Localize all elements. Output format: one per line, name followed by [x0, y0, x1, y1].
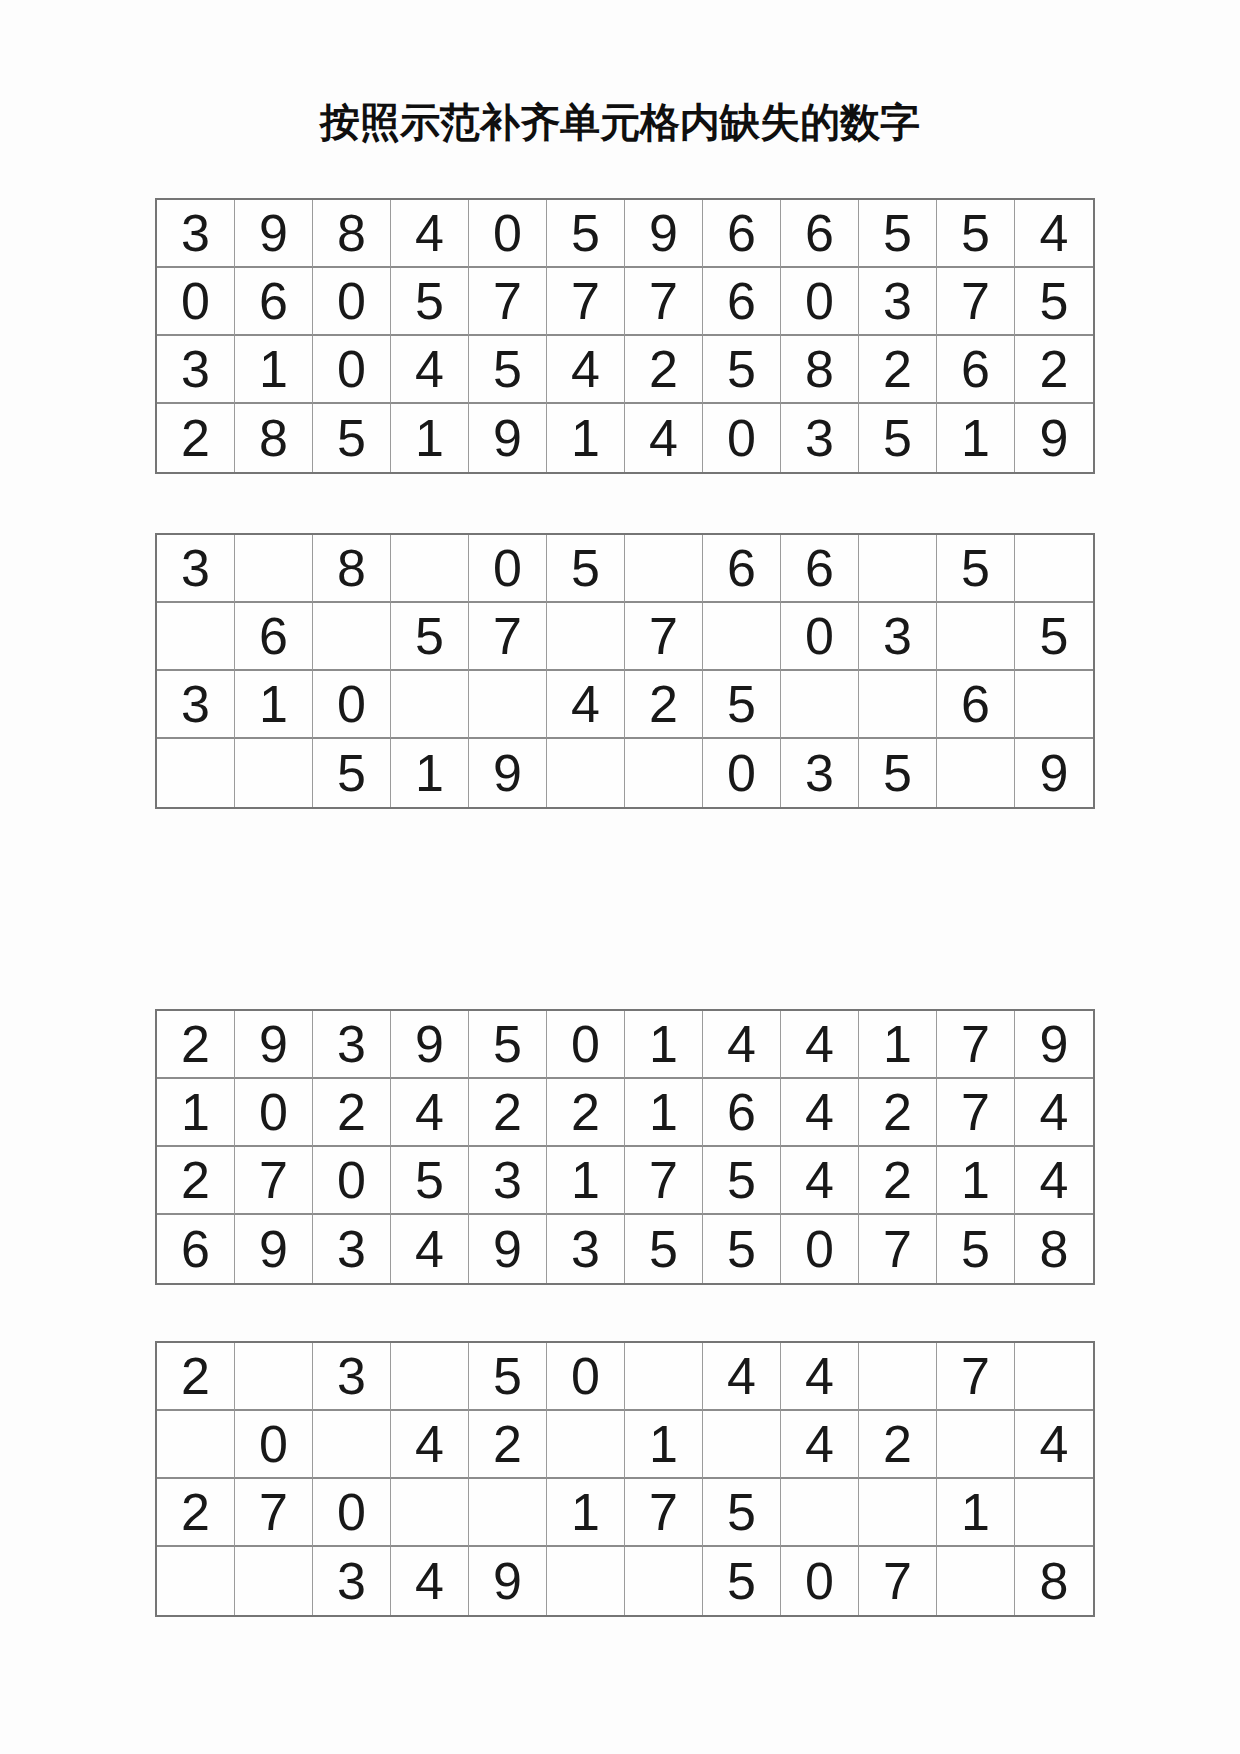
digit-cell-r3c7: 2: [625, 336, 703, 404]
digit-cell-r4c1: 6: [157, 1215, 235, 1283]
empty-cell-r3c4[interactable]: [391, 671, 469, 739]
digit-cell-r3c11: 1: [937, 1147, 1015, 1215]
empty-cell-r3c5[interactable]: [469, 1479, 547, 1547]
digit-cell-r1c6: 5: [547, 535, 625, 603]
digit-cell-r2c7: 7: [625, 603, 703, 671]
digit-cell-r1c11: 7: [937, 1343, 1015, 1411]
digit-cell-r1c8: 4: [703, 1343, 781, 1411]
digit-cell-r1c11: 5: [937, 535, 1015, 603]
digit-cell-r4c11: 1: [937, 404, 1015, 472]
digit-cell-r1c12: 4: [1015, 200, 1093, 268]
digit-cell-r3c8: 5: [703, 1147, 781, 1215]
digit-cell-r2c11: 7: [937, 1079, 1015, 1147]
digit-cell-r3c11: 6: [937, 336, 1015, 404]
digit-cell-r4c3: 5: [313, 404, 391, 472]
digit-cell-r3c10: 2: [859, 1147, 937, 1215]
digit-cell-r3c12: 2: [1015, 336, 1093, 404]
digit-cell-r2c11: 7: [937, 268, 1015, 336]
digit-cell-r4c3: 5: [313, 739, 391, 807]
digit-cell-r2c4: 5: [391, 268, 469, 336]
empty-cell-r2c8[interactable]: [703, 603, 781, 671]
digit-cell-r1c2: 9: [235, 1011, 313, 1079]
digit-cell-r4c6: 3: [547, 1215, 625, 1283]
empty-cell-r2c8[interactable]: [703, 1411, 781, 1479]
digit-cell-r1c3: 3: [313, 1011, 391, 1079]
digit-cell-r2c12: 5: [1015, 268, 1093, 336]
digit-cell-r2c5: 2: [469, 1411, 547, 1479]
digit-cell-r1c11: 5: [937, 200, 1015, 268]
digit-cell-r3c9: 8: [781, 336, 859, 404]
digit-cell-r3c12: 4: [1015, 1147, 1093, 1215]
digit-cell-r1c9: 6: [781, 535, 859, 603]
digit-cell-r3c2: 1: [235, 336, 313, 404]
digit-cell-r3c3: 0: [313, 671, 391, 739]
digit-cell-r1c12: 9: [1015, 1011, 1093, 1079]
digit-cell-r3c1: 2: [157, 1479, 235, 1547]
digit-cell-r2c10: 2: [859, 1079, 937, 1147]
digit-cell-r3c6: 4: [547, 336, 625, 404]
digit-cell-r4c9: 3: [781, 739, 859, 807]
empty-cell-r4c6[interactable]: [547, 739, 625, 807]
digit-cell-r4c11: 5: [937, 1215, 1015, 1283]
digit-cell-r1c1: 2: [157, 1343, 235, 1411]
empty-cell-r3c10[interactable]: [859, 671, 937, 739]
worksheet-title: 按照示范补齐单元格内缺失的数字: [0, 100, 1240, 144]
digit-cell-r1c3: 3: [313, 1343, 391, 1411]
digit-cell-r3c1: 2: [157, 1147, 235, 1215]
empty-cell-r2c11[interactable]: [937, 1411, 1015, 1479]
digit-cell-r2c5: 2: [469, 1079, 547, 1147]
digit-cell-r2c6: 7: [547, 268, 625, 336]
empty-cell-r1c2[interactable]: [235, 535, 313, 603]
digit-cell-r2c9: 0: [781, 268, 859, 336]
empty-cell-r3c5[interactable]: [469, 671, 547, 739]
digit-cell-r3c8: 5: [703, 671, 781, 739]
empty-cell-r1c12[interactable]: [1015, 535, 1093, 603]
digit-cell-r1c1: 3: [157, 535, 235, 603]
digit-cell-r2c10: 3: [859, 603, 937, 671]
digit-cell-r4c4: 1: [391, 404, 469, 472]
empty-cell-r3c9[interactable]: [781, 1479, 859, 1547]
digit-cell-r4c1: 2: [157, 404, 235, 472]
digit-cell-r2c9: 0: [781, 603, 859, 671]
digit-cell-r4c7: 4: [625, 404, 703, 472]
digit-cell-r1c1: 2: [157, 1011, 235, 1079]
empty-cell-r2c1[interactable]: [157, 1411, 235, 1479]
digit-cell-r1c1: 3: [157, 200, 235, 268]
empty-cell-r1c4[interactable]: [391, 1343, 469, 1411]
digit-cell-r1c10: 1: [859, 1011, 937, 1079]
example-grid-1: 3984059665540605777603753104542582622851…: [155, 198, 1095, 474]
empty-cell-r1c10[interactable]: [859, 1343, 937, 1411]
digit-cell-r1c9: 6: [781, 200, 859, 268]
empty-cell-r1c7[interactable]: [625, 535, 703, 603]
digit-cell-r4c2: 8: [235, 404, 313, 472]
digit-cell-r3c6: 1: [547, 1147, 625, 1215]
digit-cell-r2c12: 4: [1015, 1411, 1093, 1479]
digit-cell-r4c7: 5: [625, 1215, 703, 1283]
empty-cell-r4c2[interactable]: [235, 1547, 313, 1615]
digit-cell-r1c3: 8: [313, 200, 391, 268]
digit-cell-r4c10: 5: [859, 739, 937, 807]
digit-cell-r3c11: 6: [937, 671, 1015, 739]
digit-cell-r2c1: 1: [157, 1079, 235, 1147]
empty-cell-r4c6[interactable]: [547, 1547, 625, 1615]
digit-cell-r2c5: 7: [469, 268, 547, 336]
digit-cell-r4c12: 9: [1015, 739, 1093, 807]
digit-cell-r2c8: 6: [703, 268, 781, 336]
digit-cell-r2c2: 6: [235, 603, 313, 671]
digit-cell-r4c5: 9: [469, 1215, 547, 1283]
digit-cell-r1c4: 9: [391, 1011, 469, 1079]
empty-cell-r2c11[interactable]: [937, 603, 1015, 671]
empty-cell-r1c12[interactable]: [1015, 1343, 1093, 1411]
digit-cell-r3c6: 1: [547, 1479, 625, 1547]
empty-cell-r3c9[interactable]: [781, 671, 859, 739]
digit-cell-r1c5: 0: [469, 535, 547, 603]
digit-cell-r1c11: 7: [937, 1011, 1015, 1079]
empty-cell-r1c2[interactable]: [235, 1343, 313, 1411]
digit-cell-r3c5: 5: [469, 336, 547, 404]
digit-cell-r3c3: 0: [313, 1479, 391, 1547]
digit-cell-r4c9: 3: [781, 404, 859, 472]
digit-cell-r3c2: 1: [235, 671, 313, 739]
digit-cell-r2c7: 1: [625, 1079, 703, 1147]
empty-cell-r1c10[interactable]: [859, 535, 937, 603]
digit-cell-r1c9: 4: [781, 1011, 859, 1079]
digit-cell-r1c6: 0: [547, 1343, 625, 1411]
digit-cell-r1c2: 9: [235, 200, 313, 268]
digit-cell-r4c10: 7: [859, 1547, 937, 1615]
digit-cell-r1c7: 9: [625, 200, 703, 268]
empty-cell-r3c4[interactable]: [391, 1479, 469, 1547]
digit-cell-r4c9: 0: [781, 1215, 859, 1283]
digit-cell-r2c9: 4: [781, 1079, 859, 1147]
digit-cell-r4c10: 5: [859, 404, 937, 472]
digit-cell-r2c2: 6: [235, 268, 313, 336]
empty-cell-r1c7[interactable]: [625, 1343, 703, 1411]
digit-cell-r2c9: 4: [781, 1411, 859, 1479]
empty-cell-r3c12[interactable]: [1015, 1479, 1093, 1547]
digit-cell-r2c6: 2: [547, 1079, 625, 1147]
digit-cell-r2c1: 0: [157, 268, 235, 336]
digit-cell-r4c10: 7: [859, 1215, 937, 1283]
digit-cell-r1c6: 5: [547, 200, 625, 268]
digit-cell-r3c2: 7: [235, 1147, 313, 1215]
example-grid-2: 2939501441791024221642742705317542146934…: [155, 1009, 1095, 1285]
digit-cell-r1c7: 1: [625, 1011, 703, 1079]
empty-cell-r2c6[interactable]: [547, 1411, 625, 1479]
empty-cell-r2c3[interactable]: [313, 603, 391, 671]
digit-cell-r2c4: 5: [391, 603, 469, 671]
digit-cell-r4c4: 4: [391, 1215, 469, 1283]
digit-cell-r1c5: 5: [469, 1343, 547, 1411]
digit-cell-r3c3: 0: [313, 336, 391, 404]
digit-cell-r2c7: 1: [625, 1411, 703, 1479]
empty-cell-r4c11[interactable]: [937, 739, 1015, 807]
digit-cell-r2c3: 2: [313, 1079, 391, 1147]
digit-cell-r3c1: 3: [157, 336, 235, 404]
digit-cell-r3c7: 7: [625, 1479, 703, 1547]
digit-cell-r1c8: 6: [703, 535, 781, 603]
empty-cell-r4c11[interactable]: [937, 1547, 1015, 1615]
empty-cell-r1c4[interactable]: [391, 535, 469, 603]
digit-cell-r4c9: 0: [781, 1547, 859, 1615]
digit-cell-r2c8: 6: [703, 1079, 781, 1147]
digit-cell-r3c7: 2: [625, 671, 703, 739]
digit-cell-r3c10: 2: [859, 336, 937, 404]
digit-cell-r2c10: 2: [859, 1411, 937, 1479]
digit-cell-r4c6: 1: [547, 404, 625, 472]
digit-cell-r2c7: 7: [625, 268, 703, 336]
digit-cell-r1c9: 4: [781, 1343, 859, 1411]
digit-cell-r3c8: 5: [703, 336, 781, 404]
digit-cell-r3c3: 0: [313, 1147, 391, 1215]
empty-cell-r3c10[interactable]: [859, 1479, 937, 1547]
digit-cell-r3c11: 1: [937, 1479, 1015, 1547]
empty-cell-r3c12[interactable]: [1015, 671, 1093, 739]
digit-cell-r1c6: 0: [547, 1011, 625, 1079]
empty-cell-r2c6[interactable]: [547, 603, 625, 671]
empty-cell-r2c1[interactable]: [157, 603, 235, 671]
digit-cell-r3c7: 7: [625, 1147, 703, 1215]
digit-cell-r2c4: 4: [391, 1411, 469, 1479]
worksheet-page: 按照示范补齐单元格内缺失的数字 398405966554060577760375…: [0, 0, 1240, 1754]
digit-cell-r1c8: 4: [703, 1011, 781, 1079]
digit-cell-r3c1: 3: [157, 671, 235, 739]
digit-cell-r3c8: 5: [703, 1479, 781, 1547]
digit-cell-r2c12: 5: [1015, 603, 1093, 671]
puzzle-grid-2: 2350447042142427017513495078: [155, 1341, 1095, 1617]
digit-cell-r4c5: 9: [469, 739, 547, 807]
digit-cell-r1c3: 8: [313, 535, 391, 603]
digit-cell-r4c8: 0: [703, 739, 781, 807]
digit-cell-r4c12: 9: [1015, 404, 1093, 472]
digit-cell-r4c3: 3: [313, 1215, 391, 1283]
digit-cell-r2c10: 3: [859, 268, 937, 336]
digit-cell-r4c3: 3: [313, 1547, 391, 1615]
digit-cell-r3c2: 7: [235, 1479, 313, 1547]
digit-cell-r3c4: 4: [391, 336, 469, 404]
digit-cell-r1c10: 5: [859, 200, 937, 268]
digit-cell-r4c4: 4: [391, 1547, 469, 1615]
empty-cell-r4c7[interactable]: [625, 1547, 703, 1615]
digit-cell-r4c8: 0: [703, 404, 781, 472]
digit-cell-r4c2: 9: [235, 1215, 313, 1283]
empty-cell-r2c3[interactable]: [313, 1411, 391, 1479]
digit-cell-r4c12: 8: [1015, 1215, 1093, 1283]
digit-cell-r2c4: 4: [391, 1079, 469, 1147]
digit-cell-r1c4: 4: [391, 200, 469, 268]
empty-cell-r4c1[interactable]: [157, 1547, 235, 1615]
digit-cell-r4c4: 1: [391, 739, 469, 807]
digit-cell-r3c4: 5: [391, 1147, 469, 1215]
empty-cell-r4c7[interactable]: [625, 739, 703, 807]
digit-cell-r1c5: 0: [469, 200, 547, 268]
digit-cell-r3c5: 3: [469, 1147, 547, 1215]
digit-cell-r4c8: 5: [703, 1215, 781, 1283]
digit-cell-r4c12: 8: [1015, 1547, 1093, 1615]
digit-cell-r2c12: 4: [1015, 1079, 1093, 1147]
digit-cell-r1c8: 6: [703, 200, 781, 268]
puzzle-grid-1: 3805665657703531042565190359: [155, 533, 1095, 809]
digit-cell-r3c9: 4: [781, 1147, 859, 1215]
empty-cell-r4c2[interactable]: [235, 739, 313, 807]
digit-cell-r3c6: 4: [547, 671, 625, 739]
digit-cell-r2c5: 7: [469, 603, 547, 671]
digit-cell-r4c8: 5: [703, 1547, 781, 1615]
digit-cell-r4c5: 9: [469, 1547, 547, 1615]
digit-cell-r2c3: 0: [313, 268, 391, 336]
digit-cell-r2c2: 0: [235, 1411, 313, 1479]
digit-cell-r2c2: 0: [235, 1079, 313, 1147]
digit-cell-r1c5: 5: [469, 1011, 547, 1079]
empty-cell-r4c1[interactable]: [157, 739, 235, 807]
digit-cell-r4c5: 9: [469, 404, 547, 472]
